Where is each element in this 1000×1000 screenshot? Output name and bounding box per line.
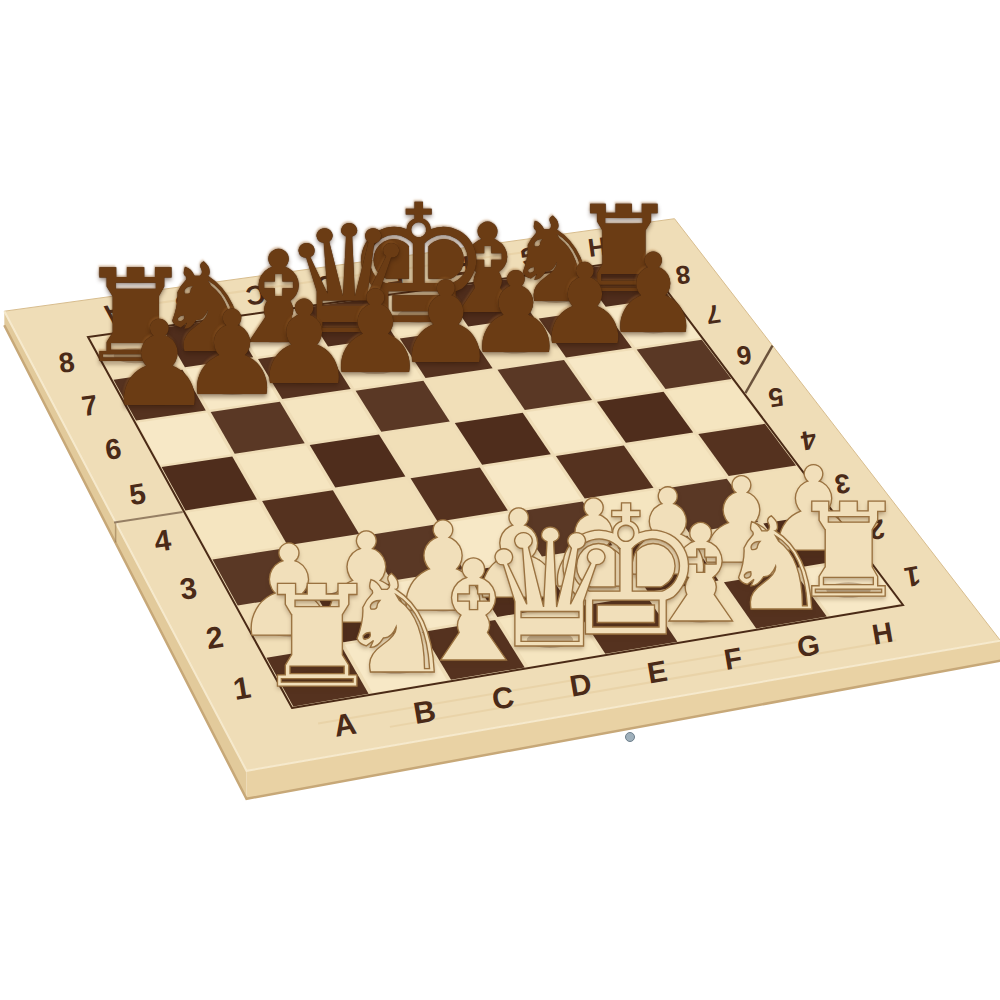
piece-light-rook-a1[interactable]: ♜ <box>254 567 380 708</box>
hinge-screw <box>626 733 635 742</box>
chess-set-photo: AABBCCDDEEFFGGHH1122334455667788 ♜♞♝♚♛♟♝… <box>0 0 1000 1000</box>
piece-dark-pawn-a7[interactable]: ♟ <box>106 305 212 423</box>
